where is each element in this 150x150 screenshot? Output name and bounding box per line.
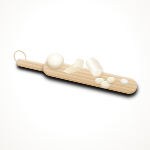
camembert-wheel: [47, 53, 64, 68]
cheese-slice-3: [106, 76, 115, 83]
cheese-wedge-back: [73, 58, 84, 67]
camembert-rind: [49, 54, 63, 65]
product-photo-cheese-board: [0, 0, 150, 150]
hanging-hole: [120, 78, 129, 86]
